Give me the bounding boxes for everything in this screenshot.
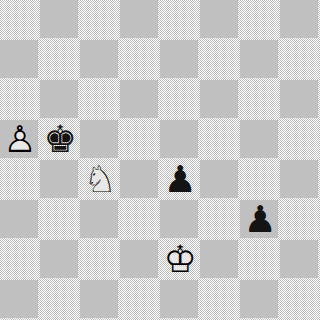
white-pawn-glyph: ♙	[3, 120, 36, 160]
square-c2[interactable]	[80, 240, 120, 280]
square-c5[interactable]	[80, 120, 120, 160]
square-g3[interactable]: ♟	[240, 200, 280, 240]
square-g2[interactable]	[240, 240, 280, 280]
square-b7[interactable]	[40, 40, 80, 80]
black-pawn[interactable]: ♟	[160, 160, 200, 200]
square-h4[interactable]	[280, 160, 320, 200]
square-b4[interactable]	[40, 160, 80, 200]
square-e7[interactable]	[160, 40, 200, 80]
square-d1[interactable]	[120, 280, 160, 320]
square-h3[interactable]	[280, 200, 320, 240]
square-c8[interactable]	[80, 0, 120, 40]
square-b6[interactable]	[40, 80, 80, 120]
square-a2[interactable]	[0, 240, 40, 280]
square-h5[interactable]	[280, 120, 320, 160]
square-g8[interactable]	[240, 0, 280, 40]
square-b2[interactable]	[40, 240, 80, 280]
square-g7[interactable]	[240, 40, 280, 80]
square-f1[interactable]	[200, 280, 240, 320]
black-pawn-glyph: ♟	[243, 200, 276, 240]
square-a1[interactable]	[0, 280, 40, 320]
black-king-glyph: ♚	[43, 120, 76, 160]
square-g1[interactable]	[240, 280, 280, 320]
square-e4[interactable]: ♟	[160, 160, 200, 200]
square-f3[interactable]	[200, 200, 240, 240]
square-e8[interactable]	[160, 0, 200, 40]
square-d3[interactable]	[120, 200, 160, 240]
square-a6[interactable]	[0, 80, 40, 120]
square-b5[interactable]: ♚	[40, 120, 80, 160]
white-pawn[interactable]: ♟♙	[0, 120, 40, 160]
square-a8[interactable]	[0, 0, 40, 40]
square-d8[interactable]	[120, 0, 160, 40]
square-b3[interactable]	[40, 200, 80, 240]
square-d2[interactable]	[120, 240, 160, 280]
square-g5[interactable]	[240, 120, 280, 160]
square-c4[interactable]: ♞♘	[80, 160, 120, 200]
square-c3[interactable]	[80, 200, 120, 240]
square-f4[interactable]	[200, 160, 240, 200]
square-e3[interactable]	[160, 200, 200, 240]
square-a7[interactable]	[0, 40, 40, 80]
square-b1[interactable]	[40, 280, 80, 320]
square-g4[interactable]	[240, 160, 280, 200]
square-h6[interactable]	[280, 80, 320, 120]
chess-board: ♟♙♚♞♘♟♟♚♔	[0, 0, 320, 320]
square-b8[interactable]	[40, 0, 80, 40]
square-h2[interactable]	[280, 240, 320, 280]
square-a4[interactable]	[0, 160, 40, 200]
square-g6[interactable]	[240, 80, 280, 120]
square-e5[interactable]	[160, 120, 200, 160]
square-h7[interactable]	[280, 40, 320, 80]
square-c7[interactable]	[80, 40, 120, 80]
black-king[interactable]: ♚	[40, 120, 80, 160]
square-f6[interactable]	[200, 80, 240, 120]
white-knight-glyph: ♘	[83, 160, 116, 200]
square-e6[interactable]	[160, 80, 200, 120]
square-c1[interactable]	[80, 280, 120, 320]
square-f8[interactable]	[200, 0, 240, 40]
square-e1[interactable]	[160, 280, 200, 320]
square-d4[interactable]	[120, 160, 160, 200]
square-h1[interactable]	[280, 280, 320, 320]
square-a3[interactable]	[0, 200, 40, 240]
white-knight[interactable]: ♞♘	[80, 160, 120, 200]
square-f5[interactable]	[200, 120, 240, 160]
square-d5[interactable]	[120, 120, 160, 160]
black-pawn-glyph: ♟	[163, 160, 196, 200]
white-king-glyph: ♔	[163, 240, 196, 280]
square-d6[interactable]	[120, 80, 160, 120]
square-f2[interactable]	[200, 240, 240, 280]
white-king[interactable]: ♚♔	[160, 240, 200, 280]
square-a5[interactable]: ♟♙	[0, 120, 40, 160]
square-e2[interactable]: ♚♔	[160, 240, 200, 280]
black-pawn[interactable]: ♟	[240, 200, 280, 240]
square-c6[interactable]	[80, 80, 120, 120]
square-d7[interactable]	[120, 40, 160, 80]
square-h8[interactable]	[280, 0, 320, 40]
square-f7[interactable]	[200, 40, 240, 80]
